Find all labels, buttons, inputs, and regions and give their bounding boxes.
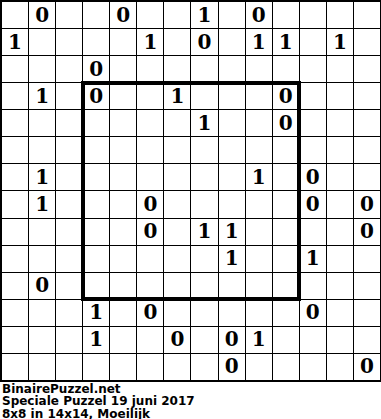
cell-r6c11: 0 [300, 164, 326, 190]
cell-r9c1[interactable] [29, 246, 55, 272]
cell-r11c5: 0 [137, 300, 163, 326]
cell-r5c12[interactable] [327, 137, 353, 163]
cell-r4c13[interactable] [354, 110, 380, 136]
cell-r10c1: 0 [29, 273, 55, 299]
cell-r9c3[interactable] [83, 246, 109, 272]
cell-r4c9[interactable] [246, 110, 272, 136]
cell-r9c8: 1 [219, 246, 245, 272]
cell-r8c6[interactable] [164, 219, 190, 245]
cell-r9c7[interactable] [191, 246, 217, 272]
cell-r10c0[interactable] [2, 273, 28, 299]
cell-r5c10[interactable] [273, 137, 299, 163]
cell-r1c8[interactable] [219, 29, 245, 55]
cell-r12c12[interactable] [327, 327, 353, 353]
cell-r2c12[interactable] [327, 56, 353, 82]
cell-r3c10: 0 [273, 83, 299, 109]
cell-r1c5: 1 [137, 29, 163, 55]
cell-r11c9[interactable] [246, 300, 272, 326]
cell-r1c7: 0 [191, 29, 217, 55]
cell-r9c13[interactable] [354, 246, 380, 272]
cell-r5c4[interactable] [110, 137, 136, 163]
cell-r3c11[interactable] [300, 83, 326, 109]
cell-r1c3[interactable] [83, 29, 109, 55]
cell-r9c11: 1 [300, 246, 326, 272]
cell-r1c4[interactable] [110, 29, 136, 55]
cell-r1c0: 1 [2, 29, 28, 55]
cell-r7c11: 0 [300, 191, 326, 217]
cell-r11c12[interactable] [327, 300, 353, 326]
cell-r12c4[interactable] [110, 327, 136, 353]
cell-r7c12[interactable] [327, 191, 353, 217]
cell-r6c0[interactable] [2, 164, 28, 190]
cell-r2c4[interactable] [110, 56, 136, 82]
cell-r11c1[interactable] [29, 300, 55, 326]
cell-r3c13[interactable] [354, 83, 380, 109]
cell-r3c9[interactable] [246, 83, 272, 109]
cell-r3c4[interactable] [110, 83, 136, 109]
cell-r13c6[interactable] [164, 354, 190, 380]
cell-r5c2[interactable] [56, 137, 82, 163]
cell-r2c9[interactable] [246, 56, 272, 82]
cell-r4c6[interactable] [164, 110, 190, 136]
caption-puzzle-spec: 8x8 in 14x14, Moeilijk [2, 408, 381, 419]
cell-r7c1: 1 [29, 191, 55, 217]
cell-r8c0[interactable] [2, 219, 28, 245]
cell-r8c13: 0 [354, 219, 380, 245]
cell-r13c2[interactable] [56, 354, 82, 380]
cell-r12c10[interactable] [273, 327, 299, 353]
cell-r0c0[interactable] [2, 2, 28, 28]
cell-r10c4[interactable] [110, 273, 136, 299]
cell-r8c9[interactable] [246, 219, 272, 245]
cell-r7c6[interactable] [164, 191, 190, 217]
cell-r10c12[interactable] [327, 273, 353, 299]
cell-r12c13[interactable] [354, 327, 380, 353]
cell-r2c7[interactable] [191, 56, 217, 82]
cell-r6c5[interactable] [137, 164, 163, 190]
cell-r0c11[interactable] [300, 2, 326, 28]
cell-r6c8[interactable] [219, 164, 245, 190]
cell-r6c1: 1 [29, 164, 55, 190]
cell-r0c3[interactable] [83, 2, 109, 28]
cell-r2c13[interactable] [354, 56, 380, 82]
cell-r0c2[interactable] [56, 2, 82, 28]
cell-r5c5[interactable] [137, 137, 163, 163]
cell-r7c10[interactable] [273, 191, 299, 217]
cell-r9c4[interactable] [110, 246, 136, 272]
cell-r9c5[interactable] [137, 246, 163, 272]
cell-r1c10: 1 [273, 29, 299, 55]
cell-r8c8: 1 [219, 219, 245, 245]
cell-r0c4: 0 [110, 2, 136, 28]
cell-r7c4[interactable] [110, 191, 136, 217]
cell-r0c1: 0 [29, 2, 55, 28]
puzzle-board: 0010110111010101011010000110110100100100 [0, 0, 381, 382]
cell-r2c5[interactable] [137, 56, 163, 82]
cell-r5c6[interactable] [164, 137, 190, 163]
cell-r3c7[interactable] [191, 83, 217, 109]
cell-r5c13[interactable] [354, 137, 380, 163]
cell-r6c12[interactable] [327, 164, 353, 190]
cell-r11c11: 0 [300, 300, 326, 326]
cell-r6c6[interactable] [164, 164, 190, 190]
cell-r10c7[interactable] [191, 273, 217, 299]
cell-r8c2[interactable] [56, 219, 82, 245]
cell-r6c9: 1 [246, 164, 272, 190]
cell-r11c8[interactable] [219, 300, 245, 326]
cell-r8c1[interactable] [29, 219, 55, 245]
cell-r7c7[interactable] [191, 191, 217, 217]
cell-r11c13[interactable] [354, 300, 380, 326]
cell-r7c13: 0 [354, 191, 380, 217]
cell-r13c5[interactable] [137, 354, 163, 380]
cell-r6c3[interactable] [83, 164, 109, 190]
cell-r1c12: 1 [327, 29, 353, 55]
cell-r12c2[interactable] [56, 327, 82, 353]
cell-r9c9[interactable] [246, 246, 272, 272]
cell-r4c0[interactable] [2, 110, 28, 136]
cell-r13c7[interactable] [191, 354, 217, 380]
cell-r6c2[interactable] [56, 164, 82, 190]
cell-r2c11[interactable] [300, 56, 326, 82]
cell-r13c13: 0 [354, 354, 380, 380]
cell-r13c8: 0 [219, 354, 245, 380]
cell-r7c9[interactable] [246, 191, 272, 217]
cell-r10c13[interactable] [354, 273, 380, 299]
cell-r11c7[interactable] [191, 300, 217, 326]
cell-r7c8[interactable] [219, 191, 245, 217]
cell-r6c13[interactable] [354, 164, 380, 190]
cell-r12c9: 1 [246, 327, 272, 353]
cell-r13c3[interactable] [83, 354, 109, 380]
cell-r2c6[interactable] [164, 56, 190, 82]
cell-r2c2[interactable] [56, 56, 82, 82]
cell-r10c8[interactable] [219, 273, 245, 299]
cell-r13c1[interactable] [29, 354, 55, 380]
cell-r10c10[interactable] [273, 273, 299, 299]
cell-r8c7: 1 [191, 219, 217, 245]
cell-r5c0[interactable] [2, 137, 28, 163]
cell-r1c11[interactable] [300, 29, 326, 55]
cell-r4c2[interactable] [56, 110, 82, 136]
cell-r4c5[interactable] [137, 110, 163, 136]
cell-r8c5: 0 [137, 219, 163, 245]
cell-r9c2[interactable] [56, 246, 82, 272]
cell-r4c12[interactable] [327, 110, 353, 136]
cell-r10c11[interactable] [300, 273, 326, 299]
cell-r12c8: 0 [219, 327, 245, 353]
cell-r8c4[interactable] [110, 219, 136, 245]
cell-r13c4[interactable] [110, 354, 136, 380]
cell-r2c8[interactable] [219, 56, 245, 82]
cell-r10c6[interactable] [164, 273, 190, 299]
cell-r7c2[interactable] [56, 191, 82, 217]
cell-r8c12[interactable] [327, 219, 353, 245]
cell-r5c3[interactable] [83, 137, 109, 163]
cell-r4c1[interactable] [29, 110, 55, 136]
cell-r2c1[interactable] [29, 56, 55, 82]
cell-r10c3[interactable] [83, 273, 109, 299]
cell-r12c11[interactable] [300, 327, 326, 353]
cell-r13c9[interactable] [246, 354, 272, 380]
cell-r4c11[interactable] [300, 110, 326, 136]
cell-r1c1[interactable] [29, 29, 55, 55]
cell-r7c3[interactable] [83, 191, 109, 217]
cell-r1c2[interactable] [56, 29, 82, 55]
cell-r13c10[interactable] [273, 354, 299, 380]
cell-r0c10[interactable] [273, 2, 299, 28]
cell-r5c9[interactable] [246, 137, 272, 163]
cell-r11c10[interactable] [273, 300, 299, 326]
cell-r12c6: 0 [164, 327, 190, 353]
cell-r12c3: 1 [83, 327, 109, 353]
cell-r4c3[interactable] [83, 110, 109, 136]
cell-r0c7: 1 [191, 2, 217, 28]
cell-r13c11[interactable] [300, 354, 326, 380]
cell-r2c0[interactable] [2, 56, 28, 82]
cell-r5c11[interactable] [300, 137, 326, 163]
caption: BinairePuzzel.net Speciale Puzzel 19 jun… [0, 382, 381, 419]
cell-r0c8[interactable] [219, 2, 245, 28]
cell-r10c2[interactable] [56, 273, 82, 299]
cell-r8c10[interactable] [273, 219, 299, 245]
cell-r0c9: 0 [246, 2, 272, 28]
cell-r10c9[interactable] [246, 273, 272, 299]
cell-r3c8[interactable] [219, 83, 245, 109]
cell-r6c4[interactable] [110, 164, 136, 190]
cell-r5c1[interactable] [29, 137, 55, 163]
cell-r11c0[interactable] [2, 300, 28, 326]
cell-r0c5[interactable] [137, 2, 163, 28]
cell-r5c8[interactable] [219, 137, 245, 163]
cell-r1c13[interactable] [354, 29, 380, 55]
cell-r2c10[interactable] [273, 56, 299, 82]
cell-r9c0[interactable] [2, 246, 28, 272]
cell-r0c6[interactable] [164, 2, 190, 28]
cell-r6c7[interactable] [191, 164, 217, 190]
cell-r12c7[interactable] [191, 327, 217, 353]
cell-r12c1[interactable] [29, 327, 55, 353]
cell-r3c12[interactable] [327, 83, 353, 109]
cell-r3c3: 0 [83, 83, 109, 109]
cell-r6c10[interactable] [273, 164, 299, 190]
cell-r4c4[interactable] [110, 110, 136, 136]
cell-r9c12[interactable] [327, 246, 353, 272]
cell-r1c9: 1 [246, 29, 272, 55]
cell-r5c7[interactable] [191, 137, 217, 163]
cell-r13c0[interactable] [2, 354, 28, 380]
cell-r4c10: 0 [273, 110, 299, 136]
cell-r3c1: 1 [29, 83, 55, 109]
caption-puzzle-date: Speciale Puzzel 19 juni 2017 [2, 395, 381, 407]
cell-r11c2[interactable] [56, 300, 82, 326]
cell-r8c11[interactable] [300, 219, 326, 245]
cell-r11c4[interactable] [110, 300, 136, 326]
cell-r11c6[interactable] [164, 300, 190, 326]
cell-r3c6: 1 [164, 83, 190, 109]
cell-r10c5[interactable] [137, 273, 163, 299]
cell-r12c0[interactable] [2, 327, 28, 353]
cell-r4c8[interactable] [219, 110, 245, 136]
cell-r0c13[interactable] [354, 2, 380, 28]
cell-r3c2[interactable] [56, 83, 82, 109]
cell-r7c0[interactable] [2, 191, 28, 217]
cell-r1c6[interactable] [164, 29, 190, 55]
cell-r9c10[interactable] [273, 246, 299, 272]
cell-r8c3[interactable] [83, 219, 109, 245]
cell-r7c5: 0 [137, 191, 163, 217]
cell-r3c5[interactable] [137, 83, 163, 109]
cell-r2c3: 0 [83, 56, 109, 82]
cell-r12c5[interactable] [137, 327, 163, 353]
cell-r4c7: 1 [191, 110, 217, 136]
cell-r11c3: 1 [83, 300, 109, 326]
cell-r0c12[interactable] [327, 2, 353, 28]
cell-r13c12[interactable] [327, 354, 353, 380]
cell-r9c6[interactable] [164, 246, 190, 272]
cell-r3c0[interactable] [2, 83, 28, 109]
